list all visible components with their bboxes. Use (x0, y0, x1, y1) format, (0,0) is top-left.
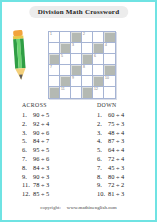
across-clue-1: 1.90 ÷ 5 (22, 111, 49, 120)
grid-cell-r5c3[interactable]: 9 (71, 76, 82, 87)
down-clue-number: 1. (97, 111, 108, 120)
blocked-cell-r6c1 (49, 87, 60, 98)
grid-cell-r6c6[interactable] (104, 87, 115, 98)
across-header: ACROSS (22, 102, 49, 108)
down-clue-expression: 80 ÷ 4 (108, 173, 124, 182)
grid-cell-r1c1[interactable]: 1 (49, 32, 60, 43)
across-clue-expression: 84 ÷ 7 (33, 137, 49, 146)
cell-clue-number: 10 (105, 76, 109, 80)
down-clue-6: 6.72 ÷ 4 (97, 155, 124, 164)
blocked-cell-r1c6 (104, 32, 115, 43)
across-clue-number: 12. (22, 190, 33, 199)
grid-cell-r2c4[interactable] (82, 43, 93, 54)
down-clue-expression: 60 ÷ 4 (108, 111, 124, 120)
grid-cell-r6c2[interactable]: 11 (60, 87, 71, 98)
blocked-cell-r2c5 (93, 43, 104, 54)
cell-clue-number: 9 (72, 76, 74, 80)
across-clue-expression: 78 ÷ 3 (33, 181, 49, 190)
worksheet-page: Division Math Crossword 123456789101112 … (0, 0, 157, 222)
down-clue-number: 6. (97, 155, 108, 164)
down-clue-9: 9.72 ÷ 2 (97, 181, 124, 190)
down-clue-number: 3. (97, 129, 108, 138)
cell-clue-number: 5 (61, 54, 63, 58)
across-clue-number: 5. (22, 137, 33, 146)
footer: copyright:www.mathinenglish.com (2, 205, 155, 210)
cell-clue-number: 6 (94, 54, 96, 58)
cell-clue-number: 1 (50, 32, 52, 36)
cell-clue-number: 2 (83, 32, 85, 36)
down-clue-4: 4.87 ÷ 3 (97, 137, 124, 146)
across-clue-5: 5.84 ÷ 7 (22, 137, 49, 146)
down-clue-number: 4. (97, 137, 108, 146)
grid-cell-r5c1[interactable] (49, 76, 60, 87)
across-clue-number: 9. (22, 173, 33, 182)
down-clue-3: 3.48 ÷ 4 (97, 129, 124, 138)
pencil-icon (9, 29, 30, 82)
cell-clue-number: 3 (72, 43, 74, 47)
grid-cell-r4c5[interactable] (93, 65, 104, 76)
across-clue-expression: 90 ÷ 3 (33, 173, 49, 182)
across-clue-list: 1.90 ÷ 52.92 ÷ 43.90 ÷ 65.84 ÷ 76.95 ÷ 5… (22, 111, 49, 199)
down-clue-expression: 45 ÷ 3 (108, 164, 124, 173)
grid-cell-r4c2[interactable] (60, 65, 71, 76)
down-clue-number: 7. (97, 164, 108, 173)
across-clue-number: 3. (22, 129, 33, 138)
down-clue-expression: 81 ÷ 3 (108, 190, 124, 199)
across-clue-number: 6. (22, 146, 33, 155)
blocked-cell-r3c1 (49, 54, 60, 65)
across-clue-number: 7. (22, 155, 33, 164)
down-clue-7: 7.45 ÷ 3 (97, 164, 124, 173)
down-clue-expression: 72 ÷ 2 (108, 181, 124, 190)
grid-cell-r6c3[interactable] (71, 87, 82, 98)
grid-cell-r1c2[interactable] (60, 32, 71, 43)
down-clue-expression: 75 ÷ 3 (108, 120, 124, 129)
cell-clue-number: 8 (83, 65, 85, 69)
grid-cell-r6c5[interactable]: 12 (93, 87, 104, 98)
page-title: Division Math Crossword (29, 6, 128, 18)
across-clue-expression: 92 ÷ 4 (33, 120, 49, 129)
down-clue-8: 8.80 ÷ 4 (97, 173, 124, 182)
cell-clue-number: 11 (61, 87, 65, 91)
grid-cell-r5c6[interactable]: 10 (104, 76, 115, 87)
across-clue-11: 11.78 ÷ 3 (22, 181, 49, 190)
across-clue-number: 11. (22, 181, 33, 190)
cell-clue-number: 4 (105, 43, 107, 47)
down-section: DOWN 1.60 ÷ 42.75 ÷ 33.48 ÷ 44.87 ÷ 35.6… (97, 102, 124, 199)
across-clue-8: 8.84 ÷ 3 (22, 164, 49, 173)
blocked-cell-r5c2 (60, 76, 71, 87)
down-clue-2: 2.75 ÷ 3 (97, 120, 124, 129)
across-clue-expression: 84 ÷ 3 (33, 164, 49, 173)
across-clue-expression: 96 ÷ 6 (33, 155, 49, 164)
crossword-grid: 123456789101112 (48, 31, 116, 99)
grid-cell-r2c3[interactable]: 3 (71, 43, 82, 54)
grid-cell-r2c1[interactable] (49, 43, 60, 54)
copyright-label: copyright: (40, 205, 61, 210)
blocked-cell-r3c4 (82, 54, 93, 65)
blocked-cell-r2c2 (60, 43, 71, 54)
down-clue-expression: 87 ÷ 3 (108, 137, 124, 146)
down-header: DOWN (97, 102, 124, 108)
grid-cell-r3c2[interactable]: 5 (60, 54, 71, 65)
grid-cell-r5c4[interactable] (82, 76, 93, 87)
across-clue-9: 9.90 ÷ 3 (22, 173, 49, 182)
across-clue-3: 3.90 ÷ 6 (22, 129, 49, 138)
grid-cell-r2c6[interactable]: 4 (104, 43, 115, 54)
blocked-cell-r1c3 (71, 32, 82, 43)
down-clue-list: 1.60 ÷ 42.75 ÷ 33.48 ÷ 44.87 ÷ 35.64 ÷ 4… (97, 111, 124, 199)
across-clue-number: 1. (22, 111, 33, 120)
across-section: ACROSS 1.90 ÷ 52.92 ÷ 43.90 ÷ 65.84 ÷ 76… (22, 102, 49, 199)
grid-cell-r4c1[interactable]: 7 (49, 65, 60, 76)
down-clue-10: 10.81 ÷ 3 (97, 190, 124, 199)
down-clue-1: 1.60 ÷ 4 (97, 111, 124, 120)
across-clue-expression: 95 ÷ 5 (33, 146, 49, 155)
across-clue-expression: 85 ÷ 5 (33, 190, 49, 199)
cell-clue-number: 7 (50, 65, 52, 69)
grid-cell-r1c4[interactable]: 2 (82, 32, 93, 43)
across-clue-12: 12.85 ÷ 5 (22, 190, 49, 199)
down-clue-number: 5. (97, 146, 108, 155)
down-clue-number: 10. (97, 190, 108, 199)
grid-cell-r3c5[interactable]: 6 (93, 54, 104, 65)
grid-cell-r1c5[interactable] (93, 32, 104, 43)
across-clue-expression: 90 ÷ 5 (33, 111, 49, 120)
grid-cell-r3c3[interactable] (71, 54, 82, 65)
grid-cell-r3c6[interactable] (104, 54, 115, 65)
down-clue-5: 5.64 ÷ 4 (97, 146, 124, 155)
cell-clue-number: 12 (94, 87, 98, 91)
down-clue-number: 2. (97, 120, 108, 129)
grid-cell-r4c4[interactable]: 8 (82, 65, 93, 76)
blocked-cell-r5c5 (93, 76, 104, 87)
across-clue-expression: 90 ÷ 6 (33, 129, 49, 138)
across-clue-7: 7.96 ÷ 6 (22, 155, 49, 164)
across-clue-2: 2.92 ÷ 4 (22, 120, 49, 129)
blocked-cell-r4c6 (104, 65, 115, 76)
across-clue-6: 6.95 ÷ 5 (22, 146, 49, 155)
down-clue-expression: 64 ÷ 4 (108, 146, 124, 155)
blocked-cell-r6c4 (82, 87, 93, 98)
down-clue-expression: 72 ÷ 4 (108, 155, 124, 164)
across-clue-number: 2. (22, 120, 33, 129)
website-link[interactable]: www.mathinenglish.com (67, 205, 117, 210)
blocked-cell-r4c3 (71, 65, 82, 76)
down-clue-expression: 48 ÷ 4 (108, 129, 124, 138)
across-clue-number: 8. (22, 164, 33, 173)
down-clue-number: 8. (97, 173, 108, 182)
down-clue-number: 9. (97, 181, 108, 190)
